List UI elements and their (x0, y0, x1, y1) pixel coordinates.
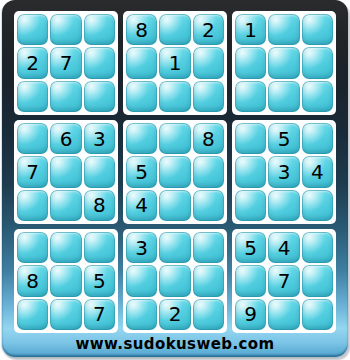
cell-r9c8[interactable] (268, 299, 299, 330)
cell-r6c8[interactable] (268, 190, 299, 221)
cell-r4c5[interactable] (159, 123, 190, 154)
cell-r5c8[interactable]: 3 (268, 156, 299, 187)
box-3-3: 5479 (232, 229, 336, 333)
cell-r1c5[interactable] (159, 14, 190, 45)
sudoku-app: 2782116378854534857325479 www.sudokusweb… (0, 0, 350, 360)
cell-r3c1[interactable] (17, 81, 48, 112)
cell-r5c6[interactable] (193, 156, 224, 187)
cell-r7c6[interactable] (193, 232, 224, 263)
cell-r8c1[interactable]: 8 (17, 265, 48, 296)
sudoku-grid: 2782116378854534857325479 (14, 11, 336, 333)
cell-r5c2[interactable] (50, 156, 81, 187)
cell-r8c8[interactable]: 7 (268, 265, 299, 296)
box-1-1: 27 (14, 11, 118, 115)
sudoku-board-plaque: 2782116378854534857325479 www.sudokusweb… (2, 0, 348, 357)
cell-r8c2[interactable] (50, 265, 81, 296)
cell-r4c3[interactable]: 3 (84, 123, 115, 154)
cell-r1c8[interactable] (268, 14, 299, 45)
cell-r4c4[interactable] (126, 123, 157, 154)
cell-r7c2[interactable] (50, 232, 81, 263)
cell-r6c4[interactable]: 4 (126, 190, 157, 221)
cell-r3c4[interactable] (126, 81, 157, 112)
cell-r5c7[interactable] (235, 156, 266, 187)
cell-r8c7[interactable] (235, 265, 266, 296)
cell-r8c6[interactable] (193, 265, 224, 296)
cell-r3c7[interactable] (235, 81, 266, 112)
cell-r5c5[interactable] (159, 156, 190, 187)
cell-r5c3[interactable] (84, 156, 115, 187)
cell-r9c4[interactable] (126, 299, 157, 330)
cell-r6c1[interactable] (17, 190, 48, 221)
cell-r5c1[interactable]: 7 (17, 156, 48, 187)
cell-r2c6[interactable] (193, 47, 224, 78)
cell-r4c8[interactable]: 5 (268, 123, 299, 154)
box-3-1: 857 (14, 229, 118, 333)
cell-r8c5[interactable] (159, 265, 190, 296)
cell-r9c7[interactable]: 9 (235, 299, 266, 330)
cell-r8c9[interactable] (302, 265, 333, 296)
cell-r7c7[interactable]: 5 (235, 232, 266, 263)
cell-r2c3[interactable] (84, 47, 115, 78)
cell-r2c5[interactable]: 1 (159, 47, 190, 78)
cell-r4c7[interactable] (235, 123, 266, 154)
cell-r2c9[interactable] (302, 47, 333, 78)
cell-r4c1[interactable] (17, 123, 48, 154)
cell-r7c9[interactable] (302, 232, 333, 263)
cell-r3c6[interactable] (193, 81, 224, 112)
box-3-2: 32 (123, 229, 227, 333)
cell-r2c7[interactable] (235, 47, 266, 78)
cell-r6c9[interactable] (302, 190, 333, 221)
cell-r3c8[interactable] (268, 81, 299, 112)
cell-r1c3[interactable] (84, 14, 115, 45)
cell-r3c9[interactable] (302, 81, 333, 112)
cell-r6c3[interactable]: 8 (84, 190, 115, 221)
box-2-3: 534 (232, 120, 336, 224)
cell-r4c9[interactable] (302, 123, 333, 154)
footer-url: www.sudokusweb.com (2, 333, 348, 357)
cell-r2c2[interactable]: 7 (50, 47, 81, 78)
cell-r7c1[interactable] (17, 232, 48, 263)
cell-r3c5[interactable] (159, 81, 190, 112)
cell-r7c5[interactable] (159, 232, 190, 263)
cell-r2c8[interactable] (268, 47, 299, 78)
cell-r2c1[interactable]: 2 (17, 47, 48, 78)
box-2-1: 6378 (14, 120, 118, 224)
box-1-3: 1 (232, 11, 336, 115)
box-2-2: 854 (123, 120, 227, 224)
cell-r8c4[interactable] (126, 265, 157, 296)
box-1-2: 821 (123, 11, 227, 115)
cell-r9c9[interactable] (302, 299, 333, 330)
cell-r9c6[interactable] (193, 299, 224, 330)
cell-r9c3[interactable]: 7 (84, 299, 115, 330)
cell-r1c6[interactable]: 2 (193, 14, 224, 45)
cell-r6c2[interactable] (50, 190, 81, 221)
cell-r6c6[interactable] (193, 190, 224, 221)
cell-r7c4[interactable]: 3 (126, 232, 157, 263)
cell-r8c3[interactable]: 5 (84, 265, 115, 296)
cell-r1c4[interactable]: 8 (126, 14, 157, 45)
cell-r3c2[interactable] (50, 81, 81, 112)
cell-r1c1[interactable] (17, 14, 48, 45)
cell-r1c9[interactable] (302, 14, 333, 45)
cell-r9c1[interactable] (17, 299, 48, 330)
cell-r2c4[interactable] (126, 47, 157, 78)
cell-r9c2[interactable] (50, 299, 81, 330)
cell-r5c4[interactable]: 5 (126, 156, 157, 187)
cell-r4c6[interactable]: 8 (193, 123, 224, 154)
cell-r6c5[interactable] (159, 190, 190, 221)
cell-r7c8[interactable]: 4 (268, 232, 299, 263)
cell-r1c7[interactable]: 1 (235, 14, 266, 45)
cell-r1c2[interactable] (50, 14, 81, 45)
cell-r7c3[interactable] (84, 232, 115, 263)
cell-r9c5[interactable]: 2 (159, 299, 190, 330)
cell-r4c2[interactable]: 6 (50, 123, 81, 154)
cell-r3c3[interactable] (84, 81, 115, 112)
cell-r6c7[interactable] (235, 190, 266, 221)
cell-r5c9[interactable]: 4 (302, 156, 333, 187)
